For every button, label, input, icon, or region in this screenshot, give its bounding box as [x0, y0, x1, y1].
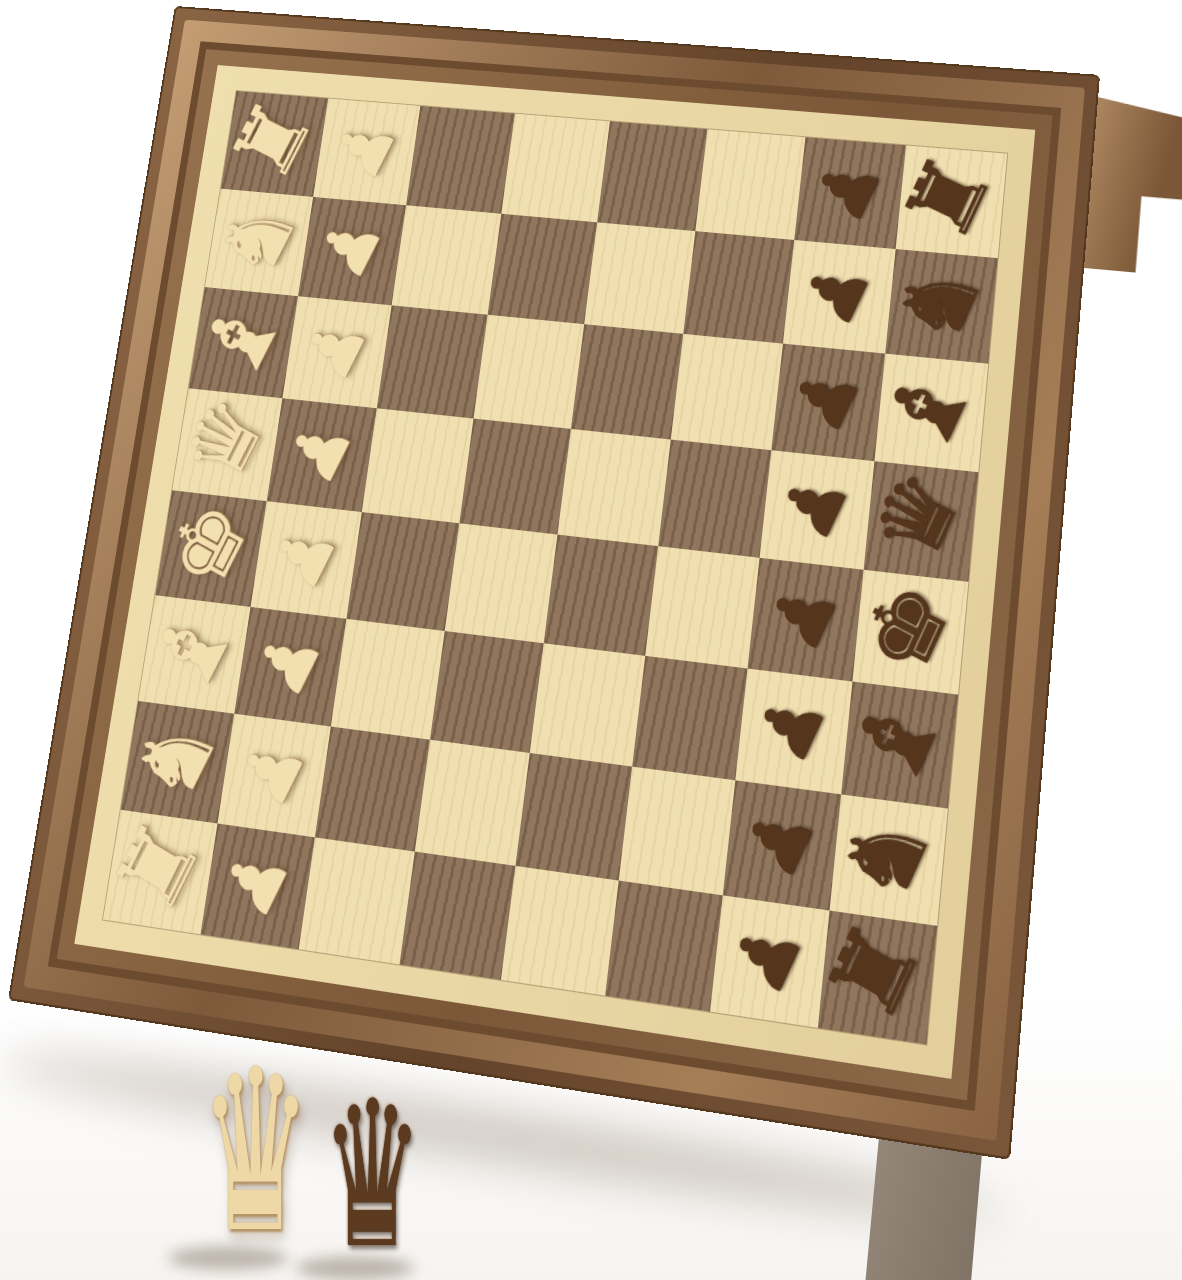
- square-c8[interactable]: ♝: [874, 354, 988, 472]
- square-f5[interactable]: [530, 643, 645, 767]
- square-b8[interactable]: ♞: [885, 248, 998, 363]
- spare-black-queen[interactable]: ♛: [282, 1074, 432, 1276]
- black-pawn-c7[interactable]: ♟: [779, 352, 871, 444]
- square-c7[interactable]: ♟: [771, 344, 884, 461]
- square-d5[interactable]: [557, 428, 670, 546]
- square-h2[interactable]: ♟: [200, 823, 315, 949]
- square-a3[interactable]: [406, 106, 514, 213]
- white-pawn-d2[interactable]: ♟: [275, 406, 363, 496]
- black-queen-d8[interactable]: ♛: [858, 456, 979, 578]
- square-c2[interactable]: ♟: [282, 296, 392, 408]
- square-g7[interactable]: ♟: [723, 780, 841, 910]
- square-b5[interactable]: [584, 222, 695, 334]
- square-f7[interactable]: ♟: [735, 668, 852, 794]
- square-d7[interactable]: ♟: [760, 450, 874, 570]
- chess-board: ♜♟♟♜♞♟♟♞♝♟♟♝♛♟♟♛♚♟♟♚♝♟♟♝♞♟♟♞♜♟♟♜: [8, 6, 1100, 1160]
- white-knight-b1[interactable]: ♞: [202, 184, 311, 293]
- black-pawn-h7[interactable]: ♟: [719, 905, 816, 1008]
- square-c3[interactable]: [377, 305, 487, 418]
- white-pawn-g2[interactable]: ♟: [227, 723, 317, 819]
- black-pawn-e7[interactable]: ♟: [756, 567, 850, 664]
- square-e2[interactable]: ♟: [250, 501, 362, 618]
- square-h5[interactable]: [501, 865, 618, 995]
- black-rook-a8[interactable]: ♜: [890, 141, 1007, 255]
- black-pawn-f7[interactable]: ♟: [744, 678, 839, 777]
- square-h3[interactable]: [299, 837, 415, 965]
- square-c5[interactable]: [571, 324, 683, 439]
- square-c1[interactable]: ♝: [189, 287, 298, 398]
- white-queen-shadow: [168, 1246, 288, 1270]
- white-bishop-c1[interactable]: ♝: [186, 283, 296, 395]
- square-c6[interactable]: [670, 334, 783, 450]
- square-a1[interactable]: ♜: [221, 91, 328, 196]
- board-foot: [860, 1133, 982, 1280]
- white-pawn-h2[interactable]: ♟: [210, 833, 301, 931]
- square-e7[interactable]: ♟: [748, 558, 864, 681]
- magnetic-chess-set-photo: ♜♟♟♜♞♟♟♞♝♟♟♝♛♟♟♛♚♟♟♚♝♟♟♝♞♟♟♞♜♟♟♜ ♛ ♛: [0, 0, 1182, 1280]
- white-pawn-e2[interactable]: ♟: [259, 510, 348, 602]
- white-rook-a1[interactable]: ♜: [218, 87, 326, 194]
- black-pawn-g7[interactable]: ♟: [731, 790, 827, 891]
- white-pawn-f2[interactable]: ♟: [243, 615, 332, 709]
- square-c4[interactable]: [473, 315, 584, 429]
- black-bishop-f8[interactable]: ♝: [835, 677, 958, 805]
- square-e3[interactable]: [346, 512, 458, 630]
- square-h7[interactable]: ♟: [710, 895, 829, 1028]
- square-a6[interactable]: [695, 129, 805, 239]
- square-h4[interactable]: [399, 851, 515, 980]
- square-d1[interactable]: ♛: [172, 388, 282, 501]
- square-g6[interactable]: [618, 767, 735, 895]
- square-f4[interactable]: [429, 630, 543, 753]
- square-b7[interactable]: ♟: [783, 239, 895, 353]
- white-king-e1[interactable]: ♚: [153, 486, 265, 603]
- black-rook-h8[interactable]: ♜: [812, 906, 937, 1040]
- black-queen-glyph: ♛: [322, 1074, 423, 1276]
- black-pawn-d7[interactable]: ♟: [768, 458, 861, 552]
- white-pawn-b2[interactable]: ♟: [306, 204, 392, 290]
- white-bishop-f1[interactable]: ♝: [136, 591, 249, 710]
- square-f6[interactable]: [632, 655, 748, 780]
- white-pawn-c2[interactable]: ♟: [291, 304, 378, 392]
- white-queen-d1[interactable]: ♛: [170, 384, 281, 498]
- square-g2[interactable]: ♟: [217, 714, 331, 837]
- board-edge-tab: [1082, 97, 1182, 277]
- white-pawn-a2[interactable]: ♟: [322, 106, 408, 190]
- black-bishop-c8[interactable]: ♝: [869, 349, 989, 468]
- square-d6[interactable]: [658, 439, 772, 558]
- square-a5[interactable]: [597, 121, 707, 230]
- black-king-e8[interactable]: ♚: [847, 566, 969, 691]
- white-knight-g1[interactable]: ♞: [118, 697, 232, 819]
- square-f3[interactable]: [331, 618, 444, 739]
- square-a8[interactable]: ♜: [895, 145, 1007, 257]
- square-b6[interactable]: [683, 231, 795, 344]
- square-d4[interactable]: [459, 418, 571, 535]
- black-pawn-a7[interactable]: ♟: [802, 145, 893, 233]
- square-g3[interactable]: [315, 727, 430, 851]
- square-d3[interactable]: [362, 408, 473, 523]
- black-knight-b8[interactable]: ♞: [879, 244, 997, 360]
- squares-grid: ♜♟♟♜♞♟♟♞♝♟♟♝♛♟♟♛♚♟♟♚♝♟♟♝♞♟♟♞♜♟♟♜: [103, 91, 1007, 1044]
- square-g5[interactable]: [515, 753, 631, 880]
- square-d2[interactable]: ♟: [266, 398, 377, 512]
- square-b2[interactable]: ♟: [298, 196, 407, 305]
- square-b1[interactable]: ♞: [205, 188, 313, 296]
- black-queen-shadow: [296, 1256, 414, 1280]
- square-e5[interactable]: [544, 535, 658, 656]
- square-g4[interactable]: [414, 740, 529, 866]
- square-f2[interactable]: ♟: [234, 606, 347, 726]
- square-a2[interactable]: ♟: [313, 98, 421, 204]
- square-a7[interactable]: ♟: [794, 137, 905, 248]
- square-h6[interactable]: [605, 880, 723, 1012]
- square-a4[interactable]: [501, 114, 610, 222]
- square-e6[interactable]: [645, 546, 760, 668]
- square-b3[interactable]: [392, 205, 501, 315]
- square-b4[interactable]: [487, 213, 597, 324]
- square-h1[interactable]: ♜: [103, 809, 217, 934]
- white-rook-h1[interactable]: ♜: [100, 805, 215, 930]
- black-pawn-b7[interactable]: ♟: [791, 248, 883, 338]
- square-e4[interactable]: [444, 523, 557, 643]
- square-h8[interactable]: ♜: [817, 910, 937, 1044]
- square-d8[interactable]: ♛: [863, 461, 978, 582]
